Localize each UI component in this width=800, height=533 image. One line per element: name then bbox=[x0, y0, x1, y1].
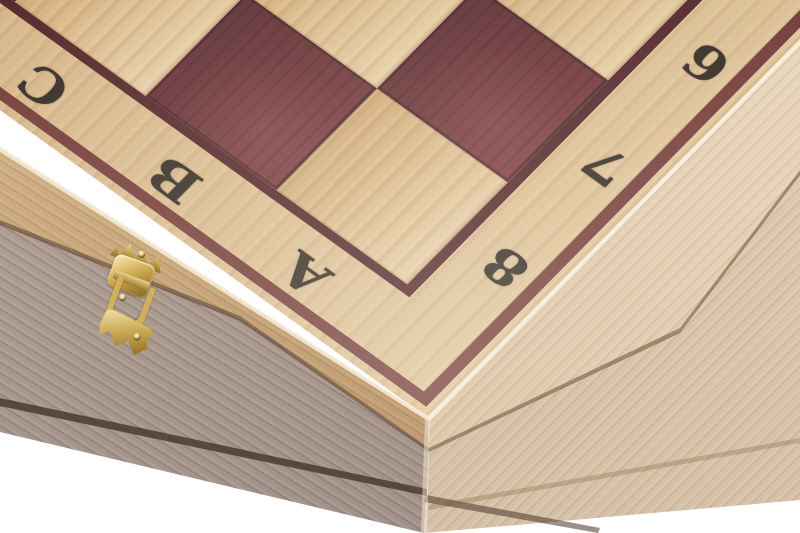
rank-label-6: 6 bbox=[670, 32, 742, 96]
file-label-a: A bbox=[267, 241, 343, 307]
file-label-c: C bbox=[5, 53, 82, 120]
rank-label-7: 7 bbox=[570, 134, 642, 198]
file-label-b: B bbox=[135, 146, 214, 215]
product-photo: ABCDEFGH 87654321 bbox=[0, 0, 800, 533]
rank-label-8: 8 bbox=[469, 236, 541, 300]
